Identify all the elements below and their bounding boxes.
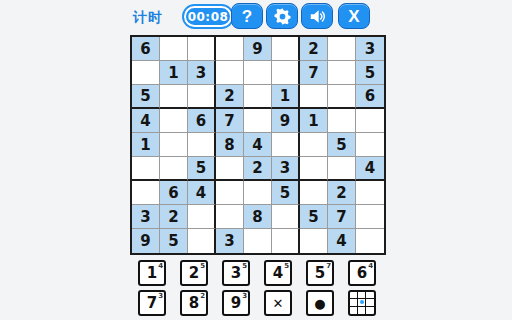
- cell-r4c5[interactable]: [244, 109, 272, 133]
- cell-r5c1[interactable]: 1: [132, 133, 160, 157]
- sudoku-board: 69231375521646791184552346452328579534: [130, 35, 386, 255]
- cell-r2c7[interactable]: 7: [300, 61, 328, 85]
- help-button[interactable]: ?: [231, 3, 263, 29]
- cell-r1c2[interactable]: [160, 37, 188, 61]
- cell-r5c9[interactable]: [356, 133, 384, 157]
- close-button[interactable]: X: [338, 3, 370, 29]
- cell-r9c4[interactable]: 3: [216, 229, 244, 253]
- cell-r8c1[interactable]: 3: [132, 205, 160, 229]
- cell-r6c3[interactable]: 5: [188, 157, 216, 181]
- cell-r8c9[interactable]: [356, 205, 384, 229]
- cell-r5c6[interactable]: [272, 133, 300, 157]
- cell-r2c5[interactable]: [244, 61, 272, 85]
- digit-count: 3: [158, 292, 163, 300]
- digit-button-3[interactable]: 3 5: [222, 260, 250, 286]
- cell-r6c9[interactable]: 4: [356, 157, 384, 181]
- cell-r3c2[interactable]: [160, 85, 188, 109]
- digit-button-4[interactable]: 4 5: [264, 260, 292, 286]
- cell-r9c5[interactable]: [244, 229, 272, 253]
- cell-r1c6[interactable]: [272, 37, 300, 61]
- cell-r2c6[interactable]: [272, 61, 300, 85]
- digit-button-6[interactable]: 6 4: [348, 260, 376, 286]
- cell-r4c8[interactable]: [328, 109, 356, 133]
- dot-icon: ●: [314, 297, 325, 310]
- cell-r2c2[interactable]: 1: [160, 61, 188, 85]
- speaker-icon: [308, 7, 327, 26]
- cell-r9c9[interactable]: [356, 229, 384, 253]
- cell-r6c6[interactable]: 3: [272, 157, 300, 181]
- cell-r1c3[interactable]: [188, 37, 216, 61]
- digit-label: 8: [189, 296, 199, 311]
- cell-r1c7[interactable]: 2: [300, 37, 328, 61]
- pen-button[interactable]: ●: [306, 290, 334, 316]
- cell-r7c2[interactable]: 6: [160, 181, 188, 205]
- digit-count: 4: [368, 262, 373, 270]
- cell-r3c6[interactable]: 1: [272, 85, 300, 109]
- cell-r6c1[interactable]: [132, 157, 160, 181]
- digit-button-8[interactable]: 8 2: [180, 290, 208, 316]
- close-icon: X: [348, 8, 359, 25]
- cell-r9c2[interactable]: 5: [160, 229, 188, 253]
- digit-label: 5: [315, 266, 325, 281]
- digit-label: 2: [189, 266, 199, 281]
- cell-r7c8[interactable]: 2: [328, 181, 356, 205]
- cell-r2c4[interactable]: [216, 61, 244, 85]
- cell-r9c6[interactable]: [272, 229, 300, 253]
- cell-r5c5[interactable]: 4: [244, 133, 272, 157]
- cell-r7c7[interactable]: [300, 181, 328, 205]
- digit-count: 3: [242, 292, 247, 300]
- timer-label: 计时: [133, 9, 163, 27]
- cell-r7c5[interactable]: [244, 181, 272, 205]
- digit-button-2[interactable]: 2 5: [180, 260, 208, 286]
- cell-r5c4[interactable]: 8: [216, 133, 244, 157]
- digit-count: 5: [242, 262, 247, 270]
- cell-r7c9[interactable]: [356, 181, 384, 205]
- cross-icon: ✕: [273, 297, 284, 310]
- cell-r7c4[interactable]: [216, 181, 244, 205]
- cell-r4c7[interactable]: 1: [300, 109, 328, 133]
- cell-r3c3[interactable]: [188, 85, 216, 109]
- cell-r6c4[interactable]: [216, 157, 244, 181]
- timer-display: 00:08: [184, 6, 232, 27]
- notes-button[interactable]: [348, 290, 376, 316]
- digit-label: 4: [273, 266, 283, 281]
- cell-r8c8[interactable]: 7: [328, 205, 356, 229]
- cell-r1c4[interactable]: [216, 37, 244, 61]
- digit-label: 3: [231, 266, 241, 281]
- cell-r9c3[interactable]: [188, 229, 216, 253]
- cell-r7c6[interactable]: 5: [272, 181, 300, 205]
- cell-r3c4[interactable]: 2: [216, 85, 244, 109]
- cell-r8c3[interactable]: [188, 205, 216, 229]
- cell-r5c7[interactable]: [300, 133, 328, 157]
- cell-r4c3[interactable]: 6: [188, 109, 216, 133]
- grid-icon: [350, 292, 374, 314]
- digit-label: 9: [231, 296, 241, 311]
- cell-r2c9[interactable]: 5: [356, 61, 384, 85]
- cell-r2c8[interactable]: [328, 61, 356, 85]
- question-icon: ?: [242, 8, 252, 25]
- cell-r6c2[interactable]: [160, 157, 188, 181]
- cell-r1c1[interactable]: 6: [132, 37, 160, 61]
- cell-r1c5[interactable]: 9: [244, 37, 272, 61]
- cell-r2c3[interactable]: 3: [188, 61, 216, 85]
- cell-r8c2[interactable]: 2: [160, 205, 188, 229]
- cell-r9c7[interactable]: [300, 229, 328, 253]
- digit-button-9[interactable]: 9 3: [222, 290, 250, 316]
- cell-r3c8[interactable]: [328, 85, 356, 109]
- cell-r9c1[interactable]: 9: [132, 229, 160, 253]
- sound-button[interactable]: [301, 3, 333, 29]
- cell-r6c7[interactable]: [300, 157, 328, 181]
- cell-r6c8[interactable]: [328, 157, 356, 181]
- cell-r6c5[interactable]: 2: [244, 157, 272, 181]
- cell-r3c1[interactable]: 5: [132, 85, 160, 109]
- erase-button[interactable]: ✕: [264, 290, 292, 316]
- digit-count: 2: [200, 292, 205, 300]
- digit-count: 5: [284, 262, 289, 270]
- cell-r3c9[interactable]: 6: [356, 85, 384, 109]
- gear-icon: [273, 7, 292, 26]
- cell-r8c5[interactable]: 8: [244, 205, 272, 229]
- digit-label: 1: [147, 266, 157, 281]
- digit-count: 5: [200, 262, 205, 270]
- timer-value: 00:08: [188, 10, 229, 24]
- cell-r4c9[interactable]: [356, 109, 384, 133]
- cell-r7c3[interactable]: 4: [188, 181, 216, 205]
- cell-r5c8[interactable]: 5: [328, 133, 356, 157]
- cell-r5c2[interactable]: [160, 133, 188, 157]
- cell-r4c4[interactable]: 7: [216, 109, 244, 133]
- cell-r1c8[interactable]: [328, 37, 356, 61]
- cell-r5c3[interactable]: [188, 133, 216, 157]
- cell-r4c1[interactable]: 4: [132, 109, 160, 133]
- cell-r8c7[interactable]: 5: [300, 205, 328, 229]
- cell-r4c2[interactable]: [160, 109, 188, 133]
- cell-r4c6[interactable]: 9: [272, 109, 300, 133]
- cell-r1c9[interactable]: 3: [356, 37, 384, 61]
- digit-button-1[interactable]: 1 4: [138, 260, 166, 286]
- settings-button[interactable]: [266, 3, 298, 29]
- cell-r9c8[interactable]: 4: [328, 229, 356, 253]
- cell-r8c4[interactable]: [216, 205, 244, 229]
- cell-r3c7[interactable]: [300, 85, 328, 109]
- cell-r8c6[interactable]: [272, 205, 300, 229]
- digit-button-5[interactable]: 5 7: [306, 260, 334, 286]
- digit-button-7[interactable]: 7 3: [138, 290, 166, 316]
- cell-r2c1[interactable]: [132, 61, 160, 85]
- digit-count: 7: [326, 262, 331, 270]
- digit-count: 4: [158, 262, 163, 270]
- digit-label: 7: [147, 296, 157, 311]
- app-window: 计时 00:08 ? X 692313755216467911845523464…: [0, 0, 512, 320]
- cell-r7c1[interactable]: [132, 181, 160, 205]
- cell-r3c5[interactable]: [244, 85, 272, 109]
- digit-label: 6: [357, 266, 367, 281]
